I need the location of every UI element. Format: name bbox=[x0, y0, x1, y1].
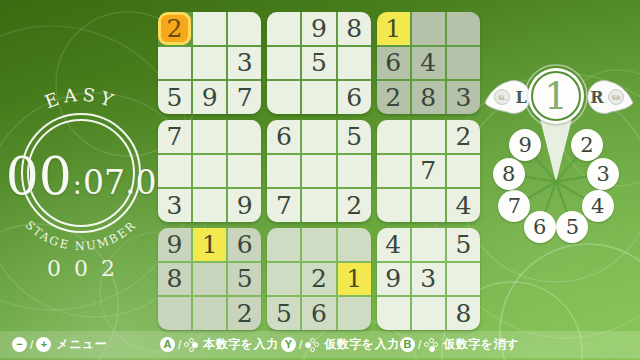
cell-r5c2[interactable] bbox=[193, 155, 226, 188]
cell-r6c1[interactable]: 3 bbox=[158, 189, 191, 222]
block-4: 739 bbox=[158, 120, 261, 222]
cell-r2c9[interactable] bbox=[447, 47, 480, 80]
cell-r6c2[interactable] bbox=[193, 189, 226, 222]
cell-r3c7[interactable]: 2 bbox=[377, 81, 410, 114]
slash-separator: / bbox=[30, 338, 33, 352]
cell-r8c4[interactable] bbox=[267, 263, 300, 296]
r-button-label[interactable]: R bbox=[590, 88, 604, 107]
slash-separator: / bbox=[299, 338, 302, 352]
cell-r5c5[interactable] bbox=[302, 155, 335, 188]
cell-r5c6[interactable] bbox=[338, 155, 371, 188]
plus-button[interactable]: + bbox=[36, 337, 51, 352]
slash-separator: / bbox=[178, 338, 181, 352]
cell-r7c1[interactable]: 9 bbox=[158, 228, 191, 261]
block-7: 916852 bbox=[158, 228, 261, 330]
block-8: 2156 bbox=[267, 228, 370, 330]
cell-r1c4[interactable] bbox=[267, 12, 300, 45]
cell-r5c7[interactable] bbox=[377, 155, 410, 188]
hint-label: 本数字を入力 bbox=[203, 336, 278, 353]
b-button[interactable]: B bbox=[400, 337, 415, 352]
bottom-control-bar: − / + メニュー A/本数字を入力Y/仮数字を入力B/仮数字を消す bbox=[0, 331, 640, 358]
cell-r8c3[interactable]: 5 bbox=[228, 263, 261, 296]
stick-cluster-icon bbox=[305, 338, 319, 352]
cell-r9c3[interactable]: 2 bbox=[228, 297, 261, 330]
cell-r4c4[interactable]: 6 bbox=[267, 120, 300, 153]
wheel-number-3[interactable]: 3 bbox=[587, 158, 619, 190]
wheel-number-6[interactable]: 6 bbox=[524, 211, 556, 243]
slash-separator: / bbox=[418, 338, 421, 352]
a-button[interactable]: A bbox=[160, 337, 175, 352]
cell-r9c6[interactable] bbox=[338, 297, 371, 330]
wheel-selected-number: 1 bbox=[528, 68, 584, 124]
cell-r2c7[interactable]: 6 bbox=[377, 47, 410, 80]
cell-r1c2[interactable] bbox=[193, 12, 226, 45]
cell-r1c7[interactable]: 1 bbox=[377, 12, 410, 45]
cell-r8c7[interactable]: 9 bbox=[377, 263, 410, 296]
cell-r3c3[interactable]: 7 bbox=[228, 81, 261, 114]
cell-r8c8[interactable]: 3 bbox=[412, 263, 445, 296]
block-3: 164283 bbox=[377, 12, 480, 114]
hint-Y: Y/仮数字を入力 bbox=[281, 331, 400, 358]
hint-label: 仮数字を消す bbox=[443, 336, 519, 353]
menu-label: メニュー bbox=[56, 336, 107, 353]
cell-r4c2[interactable] bbox=[193, 120, 226, 153]
cell-r5c1[interactable] bbox=[158, 155, 191, 188]
hint-B: B/仮数字を消す bbox=[400, 331, 519, 358]
cell-r2c2[interactable] bbox=[193, 47, 226, 80]
cell-r3c1[interactable]: 5 bbox=[158, 81, 191, 114]
cell-r4c9[interactable]: 2 bbox=[447, 120, 480, 153]
cell-r2c3[interactable]: 3 bbox=[228, 47, 261, 80]
cell-r4c5[interactable] bbox=[302, 120, 335, 153]
cell-r8c2[interactable] bbox=[193, 263, 226, 296]
cell-r3c4[interactable] bbox=[267, 81, 300, 114]
minus-button[interactable]: − bbox=[12, 337, 27, 352]
cell-r7c6[interactable] bbox=[338, 228, 371, 261]
cell-r1c5[interactable]: 9 bbox=[302, 12, 335, 45]
timer-minutes: 00 bbox=[6, 146, 72, 206]
block-5: 6572 bbox=[267, 120, 370, 222]
cell-r3c8[interactable]: 8 bbox=[412, 81, 445, 114]
cell-r3c6[interactable]: 6 bbox=[338, 81, 371, 114]
timer-display: 00 : 07.0 bbox=[8, 146, 154, 206]
cell-r2c1[interactable] bbox=[158, 47, 191, 80]
cell-r1c1[interactable]: 2 bbox=[158, 12, 191, 45]
cell-r7c3[interactable]: 6 bbox=[228, 228, 261, 261]
cell-r6c9[interactable]: 4 bbox=[447, 189, 480, 222]
right-shoulder-hint[interactable]: R SR bbox=[588, 80, 633, 113]
cell-r9c4[interactable]: 5 bbox=[267, 297, 300, 330]
left-shoulder-hint[interactable]: SL L bbox=[485, 81, 530, 114]
cell-r1c8[interactable] bbox=[412, 12, 445, 45]
cell-r7c4[interactable] bbox=[267, 228, 300, 261]
cell-r6c3[interactable]: 9 bbox=[228, 189, 261, 222]
cell-r1c9[interactable] bbox=[447, 12, 480, 45]
cell-r2c4[interactable] bbox=[267, 47, 300, 80]
hint-label: 仮数字を入力 bbox=[324, 336, 399, 353]
cell-r9c1[interactable] bbox=[158, 297, 191, 330]
cell-r4c1[interactable]: 7 bbox=[158, 120, 191, 153]
cell-r6c6[interactable]: 2 bbox=[338, 189, 371, 222]
hint-A: A/本数字を入力 bbox=[160, 331, 279, 358]
cell-r6c8[interactable] bbox=[412, 189, 445, 222]
cell-r2c5[interactable]: 5 bbox=[302, 47, 335, 80]
wheel-number-8[interactable]: 8 bbox=[493, 158, 525, 190]
selected-digit: 1 bbox=[544, 78, 568, 115]
cell-r5c3[interactable] bbox=[228, 155, 261, 188]
menu-hint: − / + メニュー bbox=[12, 331, 107, 358]
cell-r4c7[interactable] bbox=[377, 120, 410, 153]
stage-number: 002 bbox=[8, 256, 154, 281]
cell-r9c9[interactable]: 8 bbox=[447, 297, 480, 330]
cell-r7c7[interactable]: 4 bbox=[377, 228, 410, 261]
sudoku-game-screen: EASY STAGE NUMBER SL bbox=[0, 0, 640, 360]
cell-r1c3[interactable] bbox=[228, 12, 261, 45]
block-1: 23597 bbox=[158, 12, 261, 114]
difficulty-label: EASY bbox=[42, 84, 120, 113]
cell-r9c2[interactable] bbox=[193, 297, 226, 330]
y-button[interactable]: Y bbox=[281, 337, 296, 352]
block-6: 274 bbox=[377, 120, 480, 222]
stick-cluster-icon bbox=[184, 338, 198, 352]
cell-r9c5[interactable]: 6 bbox=[302, 297, 335, 330]
cell-r7c5[interactable] bbox=[302, 228, 335, 261]
cell-r6c4[interactable]: 7 bbox=[267, 189, 300, 222]
l-button-label[interactable]: L bbox=[515, 88, 526, 107]
cell-r8c6[interactable]: 1 bbox=[338, 263, 371, 296]
cell-r4c3[interactable] bbox=[228, 120, 261, 153]
cell-r9c7[interactable] bbox=[377, 297, 410, 330]
cell-r7c9[interactable]: 5 bbox=[447, 228, 480, 261]
stage-number-label: STAGE NUMBER bbox=[23, 218, 140, 253]
cell-r4c8[interactable] bbox=[412, 120, 445, 153]
cell-r8c1[interactable]: 8 bbox=[158, 263, 191, 296]
cell-r7c2[interactable]: 1 bbox=[193, 228, 226, 261]
cell-r8c9[interactable] bbox=[447, 263, 480, 296]
cell-r2c6[interactable] bbox=[338, 47, 371, 80]
sudoku-board: 2359798561642837396572274916852215645938 bbox=[158, 12, 480, 330]
cell-r3c5[interactable] bbox=[302, 81, 335, 114]
cell-r6c7[interactable] bbox=[377, 189, 410, 222]
block-9: 45938 bbox=[377, 228, 480, 330]
wheel-number-2[interactable]: 2 bbox=[571, 129, 603, 161]
cell-r6c5[interactable] bbox=[302, 189, 335, 222]
cell-r5c9[interactable] bbox=[447, 155, 480, 188]
cell-r4c6[interactable]: 5 bbox=[338, 120, 371, 153]
cell-r1c6[interactable]: 8 bbox=[338, 12, 371, 45]
cell-r8c5[interactable]: 2 bbox=[302, 263, 335, 296]
timer-seconds: 07.0 bbox=[83, 163, 156, 202]
cell-r3c9[interactable]: 3 bbox=[447, 81, 480, 114]
block-2: 9856 bbox=[267, 12, 370, 114]
cell-r2c8[interactable]: 4 bbox=[412, 47, 445, 80]
cell-r9c8[interactable] bbox=[412, 297, 445, 330]
stick-cluster-icon bbox=[424, 338, 438, 352]
cell-r7c8[interactable] bbox=[412, 228, 445, 261]
cell-r5c8[interactable]: 7 bbox=[412, 155, 445, 188]
timer-colon: : bbox=[73, 169, 82, 200]
sl-button-label: SL bbox=[498, 94, 506, 101]
cell-r5c4[interactable] bbox=[267, 155, 300, 188]
cell-r3c2[interactable]: 9 bbox=[193, 81, 226, 114]
sr-button-label: SR bbox=[612, 94, 621, 101]
wheel-number-4[interactable]: 4 bbox=[582, 190, 614, 222]
